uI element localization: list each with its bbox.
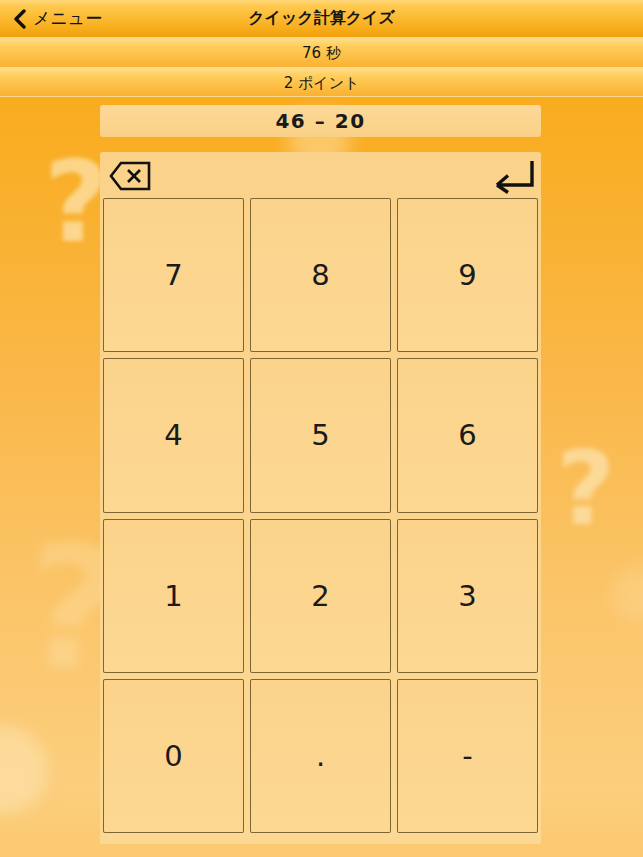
key-button-6[interactable]: 6 (397, 358, 538, 512)
key-button-dot[interactable]: . (250, 679, 391, 833)
keypad-panel: 7 8 9 4 5 6 1 2 3 0 . - (100, 152, 541, 844)
key-button-4[interactable]: 4 (103, 358, 244, 512)
key-button-minus[interactable]: - (397, 679, 538, 833)
question-mark-decoration-right: ? (556, 438, 615, 540)
back-button-label: メニュー (33, 7, 102, 30)
nav-bar: メニュー クイック計算クイズ (0, 0, 643, 37)
keypad-icon-row (100, 152, 541, 198)
enter-button[interactable] (488, 158, 536, 194)
key-button-1[interactable]: 1 (103, 519, 244, 673)
timer-text: 76 秒 (302, 44, 341, 63)
key-button-5[interactable]: 5 (250, 358, 391, 512)
decoration-blob-bottom-left (0, 726, 48, 814)
key-button-0[interactable]: 0 (103, 679, 244, 833)
enter-icon (488, 158, 536, 194)
key-button-3[interactable]: 3 (397, 519, 538, 673)
back-button[interactable]: メニュー (13, 0, 102, 37)
backspace-button[interactable] (108, 160, 152, 192)
chevron-left-icon (13, 9, 26, 29)
key-button-9[interactable]: 9 (397, 198, 538, 352)
keypad-grid: 7 8 9 4 5 6 1 2 3 0 . - (103, 198, 538, 833)
points-bar: 2 ポイント (0, 70, 643, 96)
key-button-8[interactable]: 8 (250, 198, 391, 352)
question-bar: 46 – 20 (100, 105, 541, 137)
key-button-7[interactable]: 7 (103, 198, 244, 352)
decoration-blob-right-edge (612, 566, 643, 622)
timer-bar: 76 秒 (0, 40, 643, 67)
backspace-icon (108, 160, 152, 192)
points-text: 2 ポイント (284, 74, 360, 93)
question-text: 46 – 20 (275, 109, 365, 133)
key-button-2[interactable]: 2 (250, 519, 391, 673)
app-screen: ? ? ? メニュー クイック計算クイズ 76 秒 2 ポイント 46 – 20 (0, 0, 643, 857)
